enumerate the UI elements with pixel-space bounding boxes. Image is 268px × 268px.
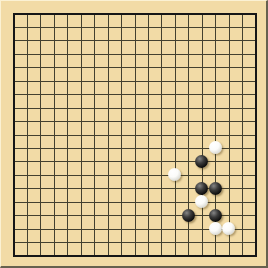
intersection-T15[interactable] [249, 61, 262, 74]
intersection-B11[interactable] [21, 115, 34, 128]
intersection-F13[interactable] [75, 88, 88, 101]
intersection-J2[interactable] [115, 236, 128, 249]
intersection-C16[interactable] [34, 48, 47, 61]
intersection-T18[interactable] [249, 21, 262, 34]
intersection-K15[interactable] [128, 61, 141, 74]
intersection-N12[interactable] [169, 101, 182, 114]
intersection-G10[interactable] [88, 128, 101, 141]
intersection-E2[interactable] [61, 236, 74, 249]
intersection-N16[interactable] [169, 48, 182, 61]
intersection-D9[interactable] [48, 142, 61, 155]
intersection-S8[interactable] [236, 155, 249, 168]
intersection-R9[interactable] [222, 142, 235, 155]
intersection-R2[interactable] [222, 236, 235, 249]
intersection-B6[interactable] [21, 182, 34, 195]
intersection-C4[interactable] [34, 209, 47, 222]
intersection-R11[interactable] [222, 115, 235, 128]
intersection-R8[interactable] [222, 155, 235, 168]
intersection-J14[interactable] [115, 75, 128, 88]
intersection-R14[interactable] [222, 75, 235, 88]
intersection-C11[interactable] [34, 115, 47, 128]
intersection-J19[interactable] [115, 7, 128, 20]
intersection-J15[interactable] [115, 61, 128, 74]
intersection-R18[interactable] [222, 21, 235, 34]
intersection-Q4[interactable] [209, 209, 222, 222]
intersection-A2[interactable] [7, 236, 20, 249]
intersection-R15[interactable] [222, 61, 235, 74]
intersection-A15[interactable] [7, 61, 20, 74]
intersection-K6[interactable] [128, 182, 141, 195]
intersection-O15[interactable] [182, 61, 195, 74]
intersection-F17[interactable] [75, 34, 88, 47]
intersection-H3[interactable] [101, 222, 114, 235]
intersection-P17[interactable] [196, 34, 209, 47]
intersection-B16[interactable] [21, 48, 34, 61]
intersection-R12[interactable] [222, 101, 235, 114]
intersection-T16[interactable] [249, 48, 262, 61]
intersection-K8[interactable] [128, 155, 141, 168]
intersection-C9[interactable] [34, 142, 47, 155]
intersection-G3[interactable] [88, 222, 101, 235]
intersection-M8[interactable] [155, 155, 168, 168]
intersection-R17[interactable] [222, 34, 235, 47]
intersection-T12[interactable] [249, 101, 262, 114]
intersection-R13[interactable] [222, 88, 235, 101]
intersection-N10[interactable] [169, 128, 182, 141]
intersection-O12[interactable] [182, 101, 195, 114]
intersection-G8[interactable] [88, 155, 101, 168]
intersection-R1[interactable] [222, 249, 235, 262]
intersection-J13[interactable] [115, 88, 128, 101]
intersection-F2[interactable] [75, 236, 88, 249]
intersection-E14[interactable] [61, 75, 74, 88]
intersection-O2[interactable] [182, 236, 195, 249]
intersection-A18[interactable] [7, 21, 20, 34]
intersection-M6[interactable] [155, 182, 168, 195]
intersection-E17[interactable] [61, 34, 74, 47]
intersection-N6[interactable] [169, 182, 182, 195]
intersection-M18[interactable] [155, 21, 168, 34]
intersection-M9[interactable] [155, 142, 168, 155]
intersection-D19[interactable] [48, 7, 61, 20]
intersection-G5[interactable] [88, 196, 101, 209]
intersection-H16[interactable] [101, 48, 114, 61]
intersection-J12[interactable] [115, 101, 128, 114]
intersection-E7[interactable] [61, 169, 74, 182]
intersection-Q11[interactable] [209, 115, 222, 128]
intersection-E9[interactable] [61, 142, 74, 155]
intersection-L3[interactable] [142, 222, 155, 235]
intersection-A12[interactable] [7, 101, 20, 114]
intersection-R16[interactable] [222, 48, 235, 61]
intersection-C13[interactable] [34, 88, 47, 101]
intersection-J11[interactable] [115, 115, 128, 128]
intersection-K16[interactable] [128, 48, 141, 61]
intersection-B18[interactable] [21, 21, 34, 34]
intersection-P19[interactable] [196, 7, 209, 20]
intersection-K11[interactable] [128, 115, 141, 128]
intersection-E1[interactable] [61, 249, 74, 262]
intersection-O5[interactable] [182, 196, 195, 209]
intersection-D3[interactable] [48, 222, 61, 235]
intersection-C7[interactable] [34, 169, 47, 182]
intersection-F3[interactable] [75, 222, 88, 235]
intersection-G16[interactable] [88, 48, 101, 61]
intersection-L16[interactable] [142, 48, 155, 61]
intersection-P18[interactable] [196, 21, 209, 34]
intersection-P14[interactable] [196, 75, 209, 88]
intersection-M15[interactable] [155, 61, 168, 74]
intersection-S17[interactable] [236, 34, 249, 47]
intersection-B4[interactable] [21, 209, 34, 222]
intersection-T17[interactable] [249, 34, 262, 47]
intersection-T6[interactable] [249, 182, 262, 195]
intersection-A5[interactable] [7, 196, 20, 209]
intersection-G12[interactable] [88, 101, 101, 114]
intersection-H17[interactable] [101, 34, 114, 47]
intersection-S12[interactable] [236, 101, 249, 114]
intersection-F16[interactable] [75, 48, 88, 61]
intersection-D1[interactable] [48, 249, 61, 262]
intersection-K3[interactable] [128, 222, 141, 235]
intersection-F9[interactable] [75, 142, 88, 155]
intersection-K1[interactable] [128, 249, 141, 262]
intersection-H5[interactable] [101, 196, 114, 209]
intersection-C2[interactable] [34, 236, 47, 249]
intersection-L1[interactable] [142, 249, 155, 262]
intersection-H12[interactable] [101, 101, 114, 114]
intersection-J9[interactable] [115, 142, 128, 155]
intersection-A10[interactable] [7, 128, 20, 141]
intersection-G6[interactable] [88, 182, 101, 195]
intersection-T13[interactable] [249, 88, 262, 101]
intersection-G13[interactable] [88, 88, 101, 101]
intersection-O13[interactable] [182, 88, 195, 101]
intersection-T19[interactable] [249, 7, 262, 20]
intersection-K14[interactable] [128, 75, 141, 88]
intersection-M13[interactable] [155, 88, 168, 101]
intersection-L2[interactable] [142, 236, 155, 249]
intersection-E16[interactable] [61, 48, 74, 61]
intersection-B14[interactable] [21, 75, 34, 88]
intersection-Q9[interactable] [209, 142, 222, 155]
intersection-S19[interactable] [236, 7, 249, 20]
intersection-A14[interactable] [7, 75, 20, 88]
intersection-L4[interactable] [142, 209, 155, 222]
intersection-C19[interactable] [34, 7, 47, 20]
intersection-R19[interactable] [222, 7, 235, 20]
intersection-D7[interactable] [48, 169, 61, 182]
intersection-B10[interactable] [21, 128, 34, 141]
intersection-H14[interactable] [101, 75, 114, 88]
intersection-H15[interactable] [101, 61, 114, 74]
intersection-M14[interactable] [155, 75, 168, 88]
intersection-E10[interactable] [61, 128, 74, 141]
intersection-S10[interactable] [236, 128, 249, 141]
intersection-B15[interactable] [21, 61, 34, 74]
intersection-E15[interactable] [61, 61, 74, 74]
intersection-E5[interactable] [61, 196, 74, 209]
intersection-R7[interactable] [222, 169, 235, 182]
intersection-F10[interactable] [75, 128, 88, 141]
intersection-O9[interactable] [182, 142, 195, 155]
intersection-P10[interactable] [196, 128, 209, 141]
intersection-O7[interactable] [182, 169, 195, 182]
intersection-J16[interactable] [115, 48, 128, 61]
intersection-O11[interactable] [182, 115, 195, 128]
intersection-S15[interactable] [236, 61, 249, 74]
intersection-S14[interactable] [236, 75, 249, 88]
intersection-B17[interactable] [21, 34, 34, 47]
intersection-D5[interactable] [48, 196, 61, 209]
intersection-A1[interactable] [7, 249, 20, 262]
intersection-T8[interactable] [249, 155, 262, 168]
intersection-P6[interactable] [196, 182, 209, 195]
intersection-S6[interactable] [236, 182, 249, 195]
intersection-P9[interactable] [196, 142, 209, 155]
intersection-B13[interactable] [21, 88, 34, 101]
intersection-T1[interactable] [249, 249, 262, 262]
intersection-E4[interactable] [61, 209, 74, 222]
intersection-Q17[interactable] [209, 34, 222, 47]
intersection-P4[interactable] [196, 209, 209, 222]
intersection-L9[interactable] [142, 142, 155, 155]
intersection-H18[interactable] [101, 21, 114, 34]
intersection-R10[interactable] [222, 128, 235, 141]
intersection-F4[interactable] [75, 209, 88, 222]
intersection-F7[interactable] [75, 169, 88, 182]
intersection-H6[interactable] [101, 182, 114, 195]
intersection-P15[interactable] [196, 61, 209, 74]
intersection-Q18[interactable] [209, 21, 222, 34]
intersection-D14[interactable] [48, 75, 61, 88]
intersection-H10[interactable] [101, 128, 114, 141]
intersection-G7[interactable] [88, 169, 101, 182]
intersection-O1[interactable] [182, 249, 195, 262]
intersection-E13[interactable] [61, 88, 74, 101]
intersection-D6[interactable] [48, 182, 61, 195]
intersection-C10[interactable] [34, 128, 47, 141]
intersection-S3[interactable] [236, 222, 249, 235]
intersection-J10[interactable] [115, 128, 128, 141]
intersection-N5[interactable] [169, 196, 182, 209]
intersection-M5[interactable] [155, 196, 168, 209]
intersection-D10[interactable] [48, 128, 61, 141]
intersection-O16[interactable] [182, 48, 195, 61]
intersection-K4[interactable] [128, 209, 141, 222]
intersection-J17[interactable] [115, 34, 128, 47]
intersection-H1[interactable] [101, 249, 114, 262]
intersection-J3[interactable] [115, 222, 128, 235]
intersection-E18[interactable] [61, 21, 74, 34]
intersection-F1[interactable] [75, 249, 88, 262]
board-grid[interactable] [7, 7, 263, 263]
intersection-F19[interactable] [75, 7, 88, 20]
intersection-L5[interactable] [142, 196, 155, 209]
intersection-E11[interactable] [61, 115, 74, 128]
intersection-S18[interactable] [236, 21, 249, 34]
intersection-Q19[interactable] [209, 7, 222, 20]
intersection-G11[interactable] [88, 115, 101, 128]
intersection-T3[interactable] [249, 222, 262, 235]
intersection-D4[interactable] [48, 209, 61, 222]
intersection-H8[interactable] [101, 155, 114, 168]
intersection-P16[interactable] [196, 48, 209, 61]
intersection-G9[interactable] [88, 142, 101, 155]
intersection-D11[interactable] [48, 115, 61, 128]
intersection-C12[interactable] [34, 101, 47, 114]
intersection-N13[interactable] [169, 88, 182, 101]
intersection-L12[interactable] [142, 101, 155, 114]
intersection-M10[interactable] [155, 128, 168, 141]
intersection-O18[interactable] [182, 21, 195, 34]
intersection-S7[interactable] [236, 169, 249, 182]
intersection-D2[interactable] [48, 236, 61, 249]
intersection-F15[interactable] [75, 61, 88, 74]
intersection-H4[interactable] [101, 209, 114, 222]
intersection-D16[interactable] [48, 48, 61, 61]
intersection-L10[interactable] [142, 128, 155, 141]
intersection-Q1[interactable] [209, 249, 222, 262]
intersection-M4[interactable] [155, 209, 168, 222]
intersection-M7[interactable] [155, 169, 168, 182]
intersection-O14[interactable] [182, 75, 195, 88]
intersection-L15[interactable] [142, 61, 155, 74]
intersection-C8[interactable] [34, 155, 47, 168]
intersection-E19[interactable] [61, 7, 74, 20]
intersection-O3[interactable] [182, 222, 195, 235]
intersection-M12[interactable] [155, 101, 168, 114]
intersection-D18[interactable] [48, 21, 61, 34]
intersection-P13[interactable] [196, 88, 209, 101]
intersection-N3[interactable] [169, 222, 182, 235]
intersection-T7[interactable] [249, 169, 262, 182]
intersection-A6[interactable] [7, 182, 20, 195]
intersection-L19[interactable] [142, 7, 155, 20]
intersection-T10[interactable] [249, 128, 262, 141]
intersection-Q5[interactable] [209, 196, 222, 209]
intersection-N8[interactable] [169, 155, 182, 168]
intersection-J7[interactable] [115, 169, 128, 182]
intersection-R4[interactable] [222, 209, 235, 222]
intersection-C5[interactable] [34, 196, 47, 209]
intersection-J4[interactable] [115, 209, 128, 222]
intersection-M19[interactable] [155, 7, 168, 20]
intersection-K5[interactable] [128, 196, 141, 209]
intersection-D12[interactable] [48, 101, 61, 114]
intersection-L18[interactable] [142, 21, 155, 34]
intersection-G1[interactable] [88, 249, 101, 262]
intersection-C6[interactable] [34, 182, 47, 195]
intersection-K19[interactable] [128, 7, 141, 20]
intersection-A16[interactable] [7, 48, 20, 61]
intersection-C1[interactable] [34, 249, 47, 262]
intersection-M16[interactable] [155, 48, 168, 61]
intersection-E8[interactable] [61, 155, 74, 168]
intersection-N17[interactable] [169, 34, 182, 47]
intersection-H19[interactable] [101, 7, 114, 20]
intersection-Q15[interactable] [209, 61, 222, 74]
intersection-O6[interactable] [182, 182, 195, 195]
intersection-T11[interactable] [249, 115, 262, 128]
intersection-B5[interactable] [21, 196, 34, 209]
intersection-M11[interactable] [155, 115, 168, 128]
intersection-Q14[interactable] [209, 75, 222, 88]
intersection-N18[interactable] [169, 21, 182, 34]
intersection-R5[interactable] [222, 196, 235, 209]
intersection-K17[interactable] [128, 34, 141, 47]
intersection-N9[interactable] [169, 142, 182, 155]
intersection-S11[interactable] [236, 115, 249, 128]
intersection-N11[interactable] [169, 115, 182, 128]
intersection-S5[interactable] [236, 196, 249, 209]
intersection-N1[interactable] [169, 249, 182, 262]
intersection-L17[interactable] [142, 34, 155, 47]
intersection-D8[interactable] [48, 155, 61, 168]
intersection-Q16[interactable] [209, 48, 222, 61]
intersection-G15[interactable] [88, 61, 101, 74]
intersection-Q3[interactable] [209, 222, 222, 235]
intersection-C3[interactable] [34, 222, 47, 235]
intersection-J1[interactable] [115, 249, 128, 262]
intersection-F14[interactable] [75, 75, 88, 88]
intersection-H2[interactable] [101, 236, 114, 249]
intersection-B9[interactable] [21, 142, 34, 155]
intersection-P12[interactable] [196, 101, 209, 114]
intersection-Q7[interactable] [209, 169, 222, 182]
intersection-Q6[interactable] [209, 182, 222, 195]
intersection-Q8[interactable] [209, 155, 222, 168]
intersection-Q13[interactable] [209, 88, 222, 101]
intersection-B2[interactable] [21, 236, 34, 249]
intersection-C17[interactable] [34, 34, 47, 47]
intersection-S13[interactable] [236, 88, 249, 101]
intersection-K10[interactable] [128, 128, 141, 141]
intersection-Q2[interactable] [209, 236, 222, 249]
intersection-J5[interactable] [115, 196, 128, 209]
intersection-N19[interactable] [169, 7, 182, 20]
intersection-J8[interactable] [115, 155, 128, 168]
intersection-N7[interactable] [169, 169, 182, 182]
intersection-F8[interactable] [75, 155, 88, 168]
intersection-F5[interactable] [75, 196, 88, 209]
intersection-L7[interactable] [142, 169, 155, 182]
intersection-N2[interactable] [169, 236, 182, 249]
intersection-P5[interactable] [196, 196, 209, 209]
intersection-B12[interactable] [21, 101, 34, 114]
intersection-A3[interactable] [7, 222, 20, 235]
intersection-M3[interactable] [155, 222, 168, 235]
intersection-J18[interactable] [115, 21, 128, 34]
intersection-O8[interactable] [182, 155, 195, 168]
intersection-Q12[interactable] [209, 101, 222, 114]
intersection-P1[interactable] [196, 249, 209, 262]
intersection-G19[interactable] [88, 7, 101, 20]
intersection-S9[interactable] [236, 142, 249, 155]
intersection-M2[interactable] [155, 236, 168, 249]
intersection-K2[interactable] [128, 236, 141, 249]
intersection-E12[interactable] [61, 101, 74, 114]
intersection-Q10[interactable] [209, 128, 222, 141]
intersection-A9[interactable] [7, 142, 20, 155]
intersection-B3[interactable] [21, 222, 34, 235]
intersection-D15[interactable] [48, 61, 61, 74]
intersection-J6[interactable] [115, 182, 128, 195]
intersection-O17[interactable] [182, 34, 195, 47]
intersection-L14[interactable] [142, 75, 155, 88]
intersection-P7[interactable] [196, 169, 209, 182]
intersection-D17[interactable] [48, 34, 61, 47]
